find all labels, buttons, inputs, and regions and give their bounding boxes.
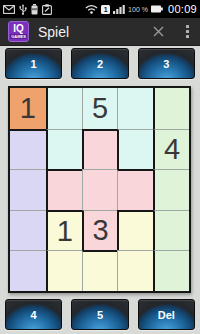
signal-icon xyxy=(113,4,125,14)
cell-3-1[interactable]: 1 xyxy=(46,210,82,251)
close-icon xyxy=(152,25,165,38)
key-5[interactable]: 5 xyxy=(71,299,128,330)
notification-badge: 1 xyxy=(101,5,110,14)
cell-2-0[interactable] xyxy=(10,169,46,210)
app-bar: IQ GAMES Spiel xyxy=(0,18,200,46)
overflow-menu-icon xyxy=(186,25,189,28)
wifi-icon xyxy=(85,4,98,14)
keypad-row-top: 1 2 3 xyxy=(5,48,195,79)
cell-4-2[interactable] xyxy=(82,250,118,291)
cell-2-2[interactable] xyxy=(82,169,118,210)
clock: 00:09 xyxy=(168,3,197,15)
cell-3-3[interactable] xyxy=(117,210,153,251)
app-logo: IQ GAMES xyxy=(8,21,29,42)
message-icon xyxy=(3,5,15,14)
battery-small-icon xyxy=(31,4,38,15)
cell-4-3[interactable] xyxy=(117,250,153,291)
cell-0-2[interactable]: 5 xyxy=(82,88,118,129)
cell-1-0[interactable] xyxy=(10,129,46,170)
cell-4-1[interactable] xyxy=(46,250,82,291)
cell-0-1[interactable] xyxy=(46,88,82,129)
cell-1-3[interactable] xyxy=(117,129,153,170)
cell-2-1[interactable] xyxy=(46,169,82,210)
clipboard-icon xyxy=(42,4,52,15)
key-1[interactable]: 1 xyxy=(5,48,62,79)
cell-1-1[interactable] xyxy=(46,129,82,170)
cell-0-4[interactable] xyxy=(153,88,189,129)
cell-3-4[interactable] xyxy=(153,210,189,251)
key-del[interactable]: Del xyxy=(138,299,195,330)
cell-2-4[interactable] xyxy=(153,169,189,210)
app-logo-text: IQ xyxy=(13,24,24,34)
cell-1-2[interactable] xyxy=(82,129,118,170)
close-button[interactable] xyxy=(152,25,165,38)
keypad-row-bottom: 4 5 Del xyxy=(5,299,195,330)
page-title: Spiel xyxy=(38,24,69,40)
cell-0-0[interactable]: 1 xyxy=(10,88,46,129)
cell-4-4[interactable] xyxy=(153,250,189,291)
battery-percent-label: 100 % xyxy=(128,6,148,13)
usb-icon xyxy=(19,4,27,15)
cell-0-3[interactable] xyxy=(117,88,153,129)
cell-1-4[interactable]: 4 xyxy=(153,129,189,170)
key-3[interactable]: 3 xyxy=(138,48,195,79)
key-4[interactable]: 4 xyxy=(5,299,62,330)
status-bar: 1 100 % 00:09 xyxy=(0,0,200,18)
battery-icon xyxy=(151,5,163,13)
cell-2-3[interactable] xyxy=(117,169,153,210)
phone-screen: 1 100 % 00:09 IQ GAMES Spiel 1 2 3 15413… xyxy=(0,0,200,334)
content-area: 1 2 3 15413 4 5 Del xyxy=(0,46,200,334)
board: 15413 xyxy=(8,86,191,293)
app-logo-subtext: GAMES xyxy=(10,34,27,39)
overflow-menu-button[interactable] xyxy=(186,25,189,38)
cell-3-0[interactable] xyxy=(10,210,46,251)
cell-4-0[interactable] xyxy=(10,250,46,291)
cell-3-2[interactable]: 3 xyxy=(82,210,118,251)
key-2[interactable]: 2 xyxy=(71,48,128,79)
